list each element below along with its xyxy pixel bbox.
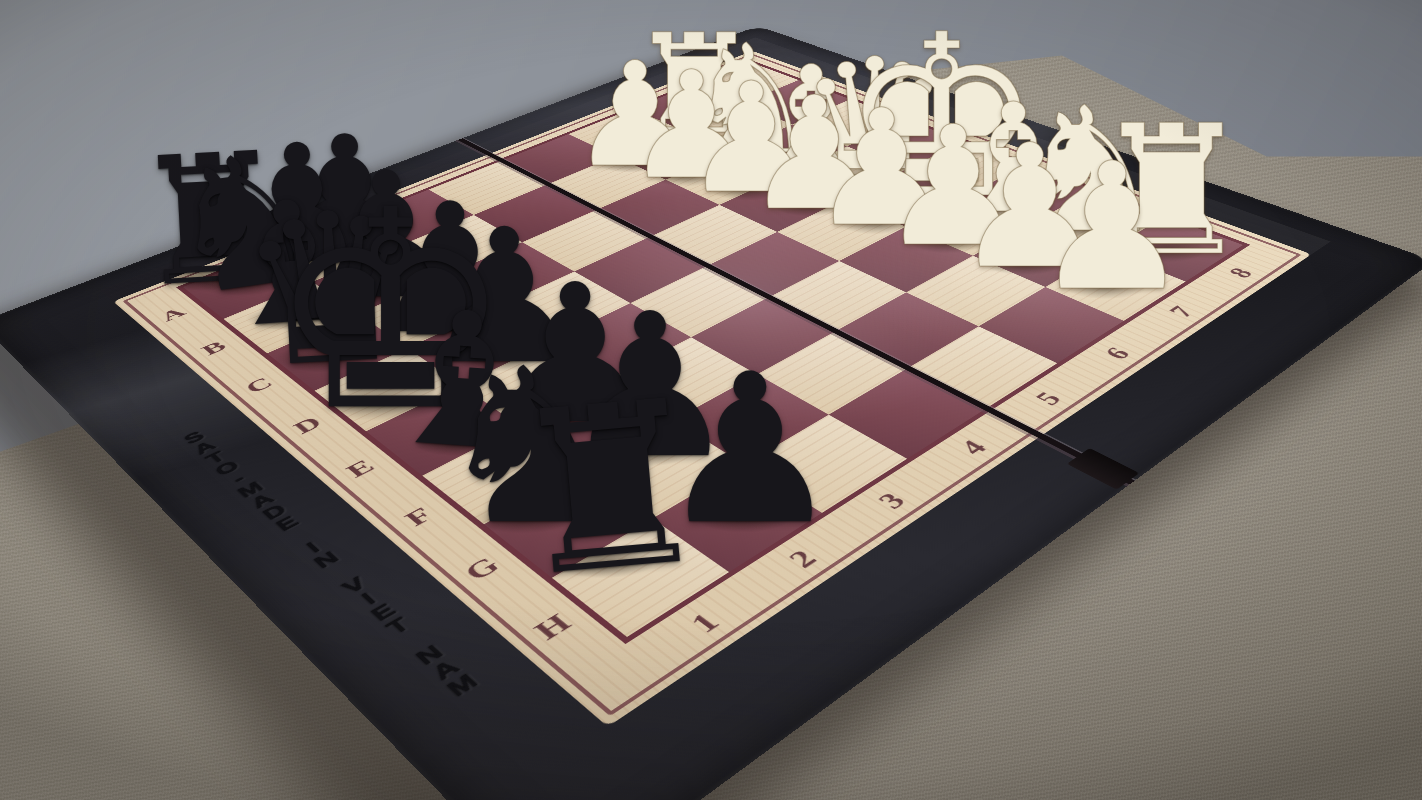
piece-black-rook-h1: ♜: [500, 368, 720, 609]
pieces-layer: ♜♞♝♛♚♝♞♜♟♟♟♟♟♟♟♟♟♟♟♟♟♟♟♟♜♞♝♛♚♝♞♜: [0, 0, 1422, 800]
photo-stage: SATO-MADE IN VIET NAM ABCDEFGH 87654321 …: [0, 0, 1422, 800]
piece-white-pawn-h7: ♟: [1033, 140, 1191, 316]
